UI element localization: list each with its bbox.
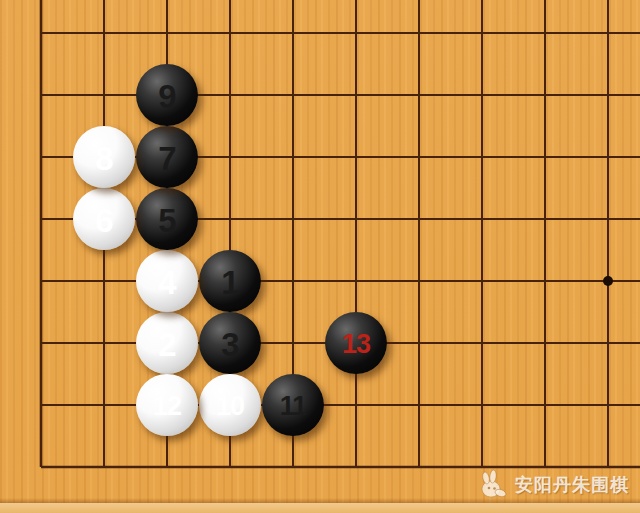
stone-white-10-D2: 10 xyxy=(199,374,261,436)
move-number: 6 xyxy=(95,204,112,237)
stone-black-13-F3: 13 xyxy=(325,312,387,374)
stone-black-7-C6: 7 xyxy=(136,126,198,188)
move-number: 8 xyxy=(95,142,112,175)
move-number: 11 xyxy=(280,393,307,420)
go-diagram: 12345678910111213 安阳丹朱围棋 xyxy=(0,0,640,513)
watermark: 安阳丹朱围棋 xyxy=(478,469,629,501)
stone-white-12-C2: 12 xyxy=(136,374,198,436)
watermark-text: 安阳丹朱围棋 xyxy=(515,473,629,497)
move-number: 3 xyxy=(221,328,238,361)
stone-black-5-C5: 5 xyxy=(136,188,198,250)
stone-white-2-C3: 2 xyxy=(136,312,198,374)
stone-black-1-D4: 1 xyxy=(199,250,261,312)
stone-white-6-B5: 6 xyxy=(73,188,135,250)
move-number: 4 xyxy=(158,266,175,299)
move-number: 13 xyxy=(342,331,370,358)
stone-black-3-D3: 3 xyxy=(199,312,261,374)
hand-logo-icon xyxy=(478,469,508,501)
move-number: 5 xyxy=(158,204,175,237)
move-number: 12 xyxy=(153,393,181,420)
stone-black-11-E2: 11 xyxy=(262,374,324,436)
move-number: 9 xyxy=(158,80,175,113)
star-point xyxy=(603,276,613,286)
stone-black-9-C7: 9 xyxy=(136,64,198,126)
move-number: 2 xyxy=(158,328,175,361)
move-number: 7 xyxy=(158,142,175,175)
move-number: 10 xyxy=(216,393,244,420)
grid-lines xyxy=(0,0,640,513)
move-number: 1 xyxy=(221,266,238,299)
stone-white-8-B6: 8 xyxy=(73,126,135,188)
stone-white-4-C4: 4 xyxy=(136,250,198,312)
